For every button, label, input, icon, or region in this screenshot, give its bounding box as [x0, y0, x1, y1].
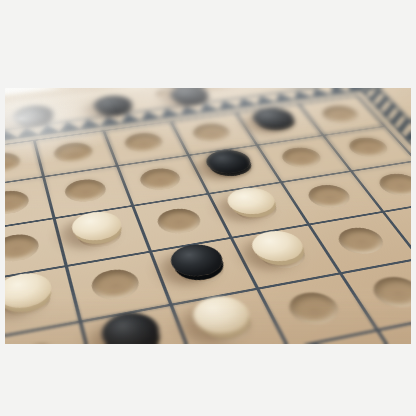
cell-hole — [366, 274, 411, 311]
cell-hole — [52, 141, 96, 165]
cell-hole — [88, 266, 143, 303]
product-photo — [5, 88, 411, 344]
black-piece[interactable] — [97, 309, 165, 344]
cell-hole — [303, 182, 356, 210]
cell-hole — [317, 104, 363, 125]
cell-hole — [137, 166, 185, 192]
cell-hole — [122, 131, 166, 154]
cell-hole — [406, 330, 411, 344]
cell-hole — [373, 171, 411, 198]
cell-hole — [332, 225, 390, 257]
cell-hole — [62, 177, 109, 204]
cell-hole — [5, 232, 41, 265]
cell-hole — [283, 289, 346, 328]
game-board — [5, 88, 411, 344]
cell-hole — [277, 145, 326, 170]
cell-hole — [153, 206, 205, 236]
cell-hole — [5, 188, 31, 217]
cell-hole — [407, 212, 411, 243]
cell-hole — [5, 151, 22, 176]
cell-hole — [9, 340, 67, 344]
cell-hole — [343, 136, 393, 160]
cream-piece[interactable] — [5, 270, 55, 313]
cell-hole — [189, 122, 234, 144]
